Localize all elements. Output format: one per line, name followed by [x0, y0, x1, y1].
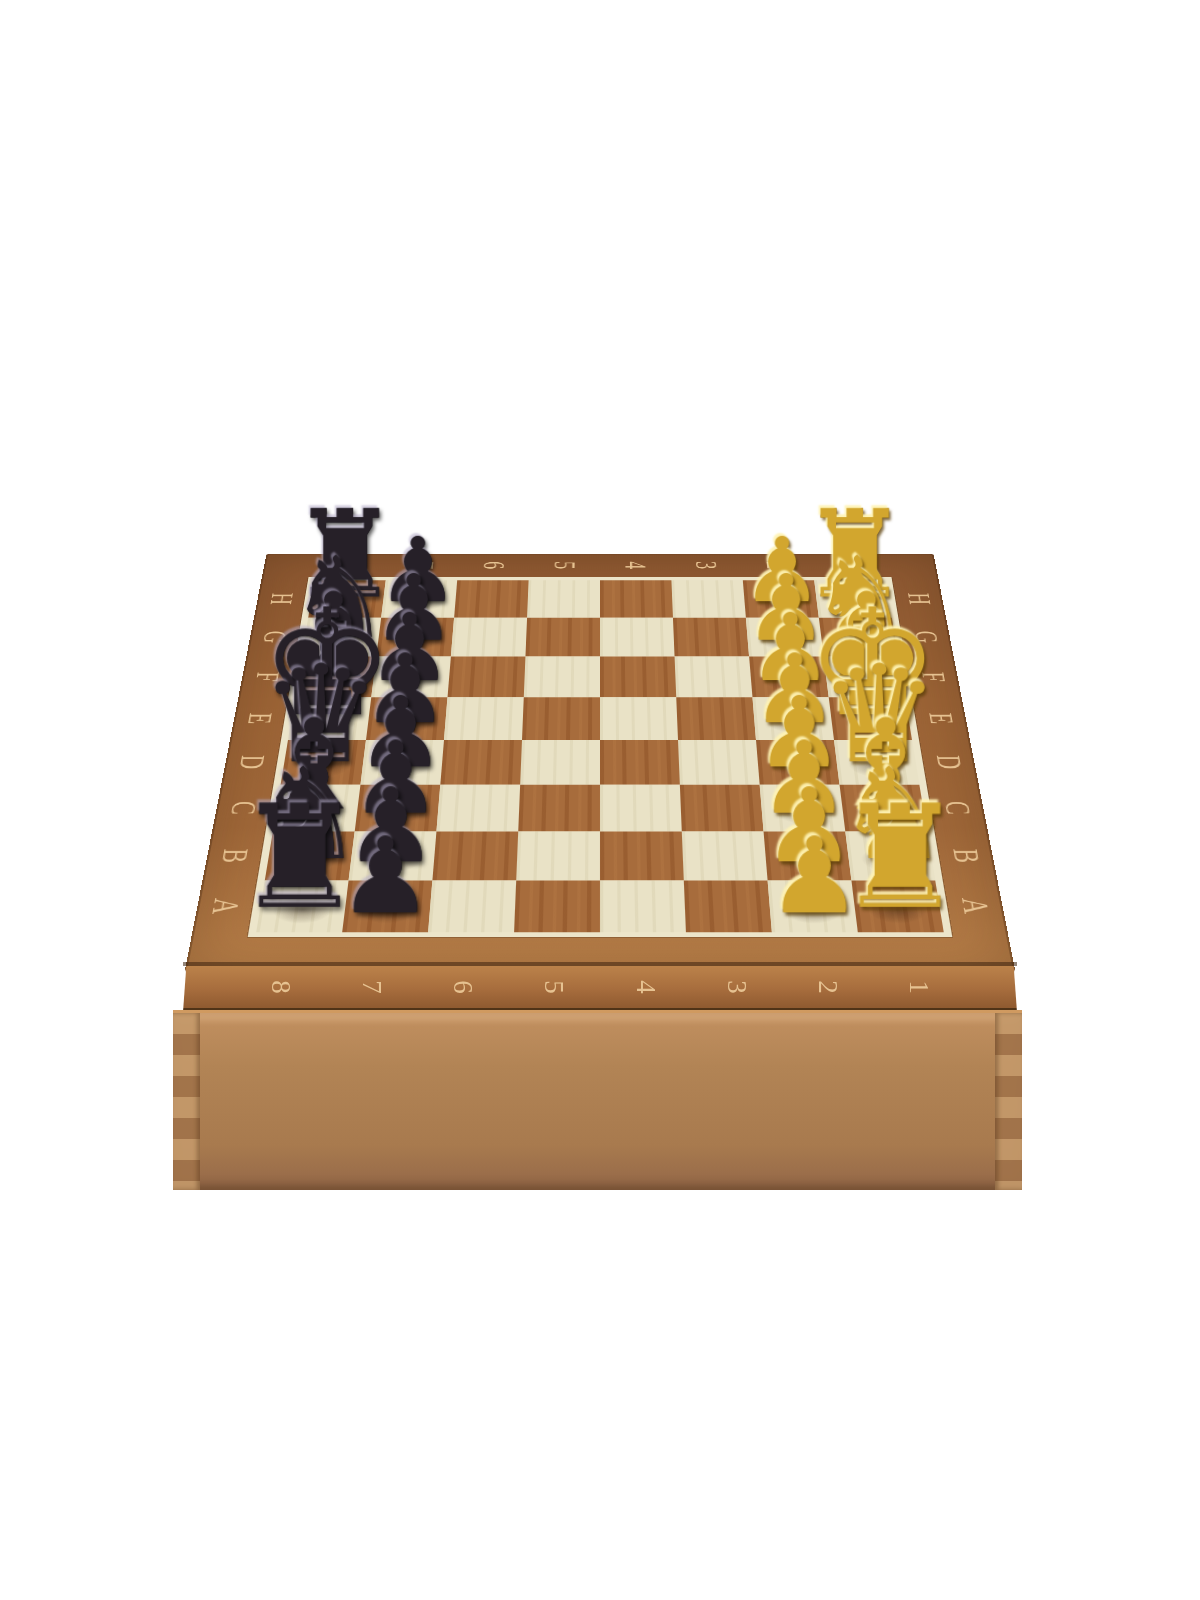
- square-c6[interactable]: [436, 785, 520, 832]
- rank-label-far-1: 1: [822, 547, 873, 583]
- rank-label-near-7: 7: [351, 973, 393, 1001]
- square-h4[interactable]: [600, 580, 673, 617]
- square-f5[interactable]: [524, 657, 600, 698]
- square-e4[interactable]: [600, 697, 678, 740]
- square-a8[interactable]: ♜: [256, 881, 348, 933]
- wooden-box-base: [173, 1010, 1022, 1190]
- square-e3[interactable]: [676, 697, 756, 740]
- square-e6[interactable]: [444, 697, 524, 740]
- board-front-bevel: 87654321: [183, 966, 1017, 1012]
- square-c3[interactable]: [680, 785, 764, 832]
- square-d3[interactable]: [678, 740, 760, 785]
- square-b3[interactable]: [682, 831, 768, 880]
- black-pawn[interactable]: ♟: [338, 823, 433, 929]
- square-a6[interactable]: [428, 881, 516, 933]
- rank-label-far-5: 5: [541, 547, 588, 583]
- rank-labels-near: 87654321: [183, 966, 1017, 1008]
- rank-label-near-3: 3: [716, 973, 758, 1001]
- square-c4[interactable]: [600, 785, 682, 832]
- scene: HGFEDCBA HGFEDCBA 87654321 ♜♟♟♜♞♟♟♞♝♟♟♝♚…: [0, 0, 1200, 1600]
- rank-label-near-4: 4: [625, 973, 667, 1001]
- rank-label-far-3: 3: [682, 547, 731, 583]
- finger-joint-left: [173, 1013, 200, 1190]
- finger-joint-right: [995, 1013, 1022, 1190]
- square-e5[interactable]: [522, 697, 600, 740]
- square-a5[interactable]: [514, 881, 600, 933]
- rank-label-far-4: 4: [612, 547, 659, 583]
- rank-label-near-8: 8: [260, 973, 302, 1001]
- chessboard: HGFEDCBA HGFEDCBA 87654321 ♜♟♟♜♞♟♟♞♝♟♟♝♚…: [184, 554, 1015, 973]
- rank-label-far-7: 7: [398, 547, 448, 583]
- square-h3[interactable]: [671, 580, 745, 617]
- rank-label-far-2: 2: [752, 547, 802, 583]
- square-d5[interactable]: [520, 740, 600, 785]
- playing-field: ♜♟♟♜♞♟♟♞♝♟♟♝♚♟♟♚♛♟♟♛♝♟♟♝♞♟♟♞♜♟♟♜: [248, 577, 953, 937]
- square-a4[interactable]: [600, 881, 686, 933]
- square-c5[interactable]: [518, 785, 600, 832]
- square-g4[interactable]: [600, 618, 675, 657]
- white-rook[interactable]: ♜: [836, 786, 964, 929]
- square-g5[interactable]: [525, 618, 600, 657]
- file-label-left-H: H: [243, 587, 320, 611]
- square-d4[interactable]: [600, 740, 680, 785]
- lid-seam: [183, 962, 1017, 966]
- rank-label-near-6: 6: [442, 973, 484, 1001]
- square-f6[interactable]: [448, 657, 526, 698]
- rank-label-far-8: 8: [326, 547, 377, 583]
- rank-label-far-6: 6: [469, 547, 518, 583]
- square-h5[interactable]: [527, 580, 600, 617]
- file-label-right-H: H: [881, 587, 958, 611]
- square-b6[interactable]: [432, 831, 518, 880]
- rank-label-near-5: 5: [533, 973, 575, 1001]
- square-b4[interactable]: [600, 831, 684, 880]
- square-g6[interactable]: [451, 618, 527, 657]
- square-a7[interactable]: ♟: [342, 881, 432, 933]
- square-a3[interactable]: [684, 881, 772, 933]
- square-h6[interactable]: [454, 580, 528, 617]
- rank-label-near-2: 2: [807, 973, 849, 1001]
- square-b5[interactable]: [516, 831, 600, 880]
- rank-label-near-1: 1: [898, 973, 940, 1001]
- square-d6[interactable]: [440, 740, 522, 785]
- square-f4[interactable]: [600, 657, 676, 698]
- square-f3[interactable]: [675, 657, 753, 698]
- chessboard-grid: ♜♟♟♜♞♟♟♞♝♟♟♝♚♟♟♚♛♟♟♛♝♟♟♝♞♟♟♞♜♟♟♜: [256, 580, 944, 932]
- square-a1[interactable]: ♜: [851, 881, 943, 933]
- square-g3[interactable]: [673, 618, 749, 657]
